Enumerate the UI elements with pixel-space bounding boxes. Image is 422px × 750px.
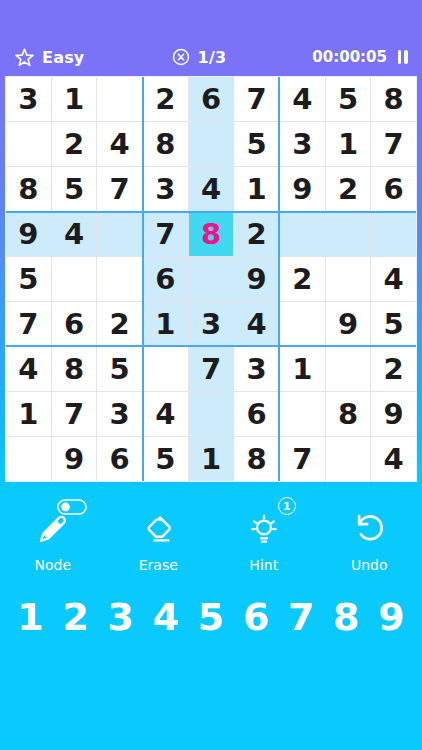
number-pad: 1 2 3 4 5 6 7 8 9 xyxy=(0,586,422,648)
cell-r8c3[interactable]: 3 xyxy=(97,392,142,436)
cell-r5c5[interactable] xyxy=(189,257,234,301)
cell-r7c5[interactable]: 7 xyxy=(189,347,234,391)
cell-r4c7[interactable] xyxy=(280,212,325,256)
cell-r2c5[interactable] xyxy=(189,122,234,166)
cell-r5c2[interactable] xyxy=(52,257,97,301)
timer-value: 00:00:05 xyxy=(312,48,387,66)
node-tool-button[interactable]: Node xyxy=(31,495,75,573)
numpad-key-8[interactable]: 8 xyxy=(333,598,359,636)
cell-r7c2[interactable]: 8 xyxy=(52,347,97,391)
cell-r3c4[interactable]: 3 xyxy=(143,167,188,211)
cell-r4c3[interactable] xyxy=(97,212,142,256)
cell-r4c2[interactable]: 4 xyxy=(52,212,97,256)
numpad-key-3[interactable]: 3 xyxy=(108,598,134,636)
cell-r8c6[interactable]: 6 xyxy=(234,392,279,436)
cell-r5c7[interactable]: 2 xyxy=(280,257,325,301)
cell-r2c4[interactable]: 8 xyxy=(143,122,188,166)
cell-r6c2[interactable]: 6 xyxy=(52,302,97,346)
cell-r3c2[interactable]: 5 xyxy=(52,167,97,211)
cell-r7c3[interactable]: 5 xyxy=(97,347,142,391)
cell-r9c4[interactable]: 5 xyxy=(143,437,188,481)
star-icon xyxy=(14,47,35,68)
cell-r7c4[interactable] xyxy=(143,347,188,391)
undo-tool-label: Undo xyxy=(351,557,388,573)
undo-tool-button[interactable]: Undo xyxy=(347,495,391,573)
cell-r7c9[interactable]: 2 xyxy=(371,347,416,391)
app-screen: Easy 1/3 00:00:05 3126745824853178573419… xyxy=(0,0,422,750)
cell-r6c3[interactable]: 2 xyxy=(97,302,142,346)
cell-r4c9[interactable] xyxy=(371,212,416,256)
hint-count-badge: 1 xyxy=(278,497,296,515)
numpad-key-5[interactable]: 5 xyxy=(198,598,224,636)
numpad-key-6[interactable]: 6 xyxy=(243,598,269,636)
cell-r2c3[interactable]: 4 xyxy=(97,122,142,166)
cell-r1c1[interactable]: 3 xyxy=(6,77,51,121)
difficulty-selector[interactable]: Easy xyxy=(14,47,84,68)
cell-r8c9[interactable]: 9 xyxy=(371,392,416,436)
lightbulb-icon: 1 xyxy=(242,507,286,551)
cell-r8c4[interactable]: 4 xyxy=(143,392,188,436)
cell-r6c8[interactable]: 9 xyxy=(326,302,371,346)
cell-r7c6[interactable]: 3 xyxy=(234,347,279,391)
cell-r8c5[interactable] xyxy=(189,392,234,436)
cell-r3c9[interactable]: 6 xyxy=(371,167,416,211)
cell-r3c8[interactable]: 2 xyxy=(326,167,371,211)
cell-r2c6[interactable]: 5 xyxy=(234,122,279,166)
cell-r9c6[interactable]: 8 xyxy=(234,437,279,481)
cell-r9c8[interactable] xyxy=(326,437,371,481)
top-bar: Easy 1/3 00:00:05 xyxy=(0,38,422,76)
pencil-icon xyxy=(31,507,75,551)
numpad-key-4[interactable]: 4 xyxy=(153,598,179,636)
erase-tool-button[interactable]: Erase xyxy=(136,495,180,573)
cell-r1c9[interactable]: 8 xyxy=(371,77,416,121)
node-toggle-off[interactable] xyxy=(57,499,87,515)
cell-r2c2[interactable]: 2 xyxy=(52,122,97,166)
cell-r8c7[interactable] xyxy=(280,392,325,436)
cell-r7c7[interactable]: 1 xyxy=(280,347,325,391)
cell-r4c1[interactable]: 9 xyxy=(6,212,51,256)
timer-group: 00:00:05 xyxy=(312,48,408,66)
undo-arrow-icon xyxy=(347,507,391,551)
sudoku-board: 3126745824853178573419269478256924762134… xyxy=(5,76,417,482)
cell-r3c7[interactable]: 9 xyxy=(280,167,325,211)
cell-r8c2[interactable]: 7 xyxy=(52,392,97,436)
cell-r5c4[interactable]: 6 xyxy=(143,257,188,301)
cell-r3c5[interactable]: 4 xyxy=(189,167,234,211)
cell-r8c1[interactable]: 1 xyxy=(6,392,51,436)
mistakes-value: 1/3 xyxy=(198,48,227,67)
cell-r5c1[interactable]: 5 xyxy=(6,257,51,301)
eraser-icon xyxy=(136,507,180,551)
cell-r6c4[interactable]: 1 xyxy=(143,302,188,346)
cell-r9c9[interactable]: 4 xyxy=(371,437,416,481)
numpad-key-2[interactable]: 2 xyxy=(62,598,88,636)
cell-r9c7[interactable]: 7 xyxy=(280,437,325,481)
cell-r9c3[interactable]: 6 xyxy=(97,437,142,481)
mistakes-counter: 1/3 xyxy=(171,47,227,67)
pause-icon[interactable] xyxy=(398,50,408,64)
cell-r5c9[interactable]: 4 xyxy=(371,257,416,301)
hint-tool-label: Hint xyxy=(249,557,278,573)
node-tool-label: Node xyxy=(34,557,71,573)
cell-r1c7[interactable]: 4 xyxy=(280,77,325,121)
cell-r4c6[interactable]: 2 xyxy=(234,212,279,256)
cell-r9c1[interactable] xyxy=(6,437,51,481)
cell-r7c1[interactable]: 4 xyxy=(6,347,51,391)
cell-r4c4[interactable]: 7 xyxy=(143,212,188,256)
cell-r1c5[interactable]: 6 xyxy=(189,77,234,121)
cell-r6c6[interactable]: 4 xyxy=(234,302,279,346)
toolbar: Node Erase 1 Hint xyxy=(0,495,422,583)
cell-r3c6[interactable]: 1 xyxy=(234,167,279,211)
cell-r5c8[interactable] xyxy=(326,257,371,301)
cell-r2c7[interactable]: 3 xyxy=(280,122,325,166)
cell-r1c8[interactable]: 5 xyxy=(326,77,371,121)
cell-r9c2[interactable]: 9 xyxy=(52,437,97,481)
cell-r2c8[interactable]: 1 xyxy=(326,122,371,166)
erase-tool-label: Erase xyxy=(139,557,178,573)
cell-r2c1[interactable] xyxy=(6,122,51,166)
cell-r8c8[interactable]: 8 xyxy=(326,392,371,436)
cell-r4c8[interactable] xyxy=(326,212,371,256)
cell-r6c5[interactable]: 3 xyxy=(189,302,234,346)
cell-r1c2[interactable]: 1 xyxy=(52,77,97,121)
numpad-key-1[interactable]: 1 xyxy=(17,598,43,636)
cell-r6c7[interactable] xyxy=(280,302,325,346)
cell-r5c6[interactable]: 9 xyxy=(234,257,279,301)
cell-r1c3[interactable] xyxy=(97,77,142,121)
cell-r3c1[interactable]: 8 xyxy=(6,167,51,211)
numpad-key-9[interactable]: 9 xyxy=(378,598,404,636)
cell-r1c4[interactable]: 2 xyxy=(143,77,188,121)
cell-r4c5[interactable]: 8 xyxy=(189,212,234,256)
cell-r3c3[interactable]: 7 xyxy=(97,167,142,211)
cell-r7c8[interactable] xyxy=(326,347,371,391)
cell-r9c5[interactable]: 1 xyxy=(189,437,234,481)
difficulty-label: Easy xyxy=(42,48,84,67)
cell-r2c9[interactable]: 7 xyxy=(371,122,416,166)
numpad-key-7[interactable]: 7 xyxy=(288,598,314,636)
hint-tool-button[interactable]: 1 Hint xyxy=(242,495,286,573)
cell-r6c9[interactable]: 5 xyxy=(371,302,416,346)
cell-r6c1[interactable]: 7 xyxy=(6,302,51,346)
x-circle-icon xyxy=(171,47,191,67)
cell-r5c3[interactable] xyxy=(97,257,142,301)
cell-r1c6[interactable]: 7 xyxy=(234,77,279,121)
